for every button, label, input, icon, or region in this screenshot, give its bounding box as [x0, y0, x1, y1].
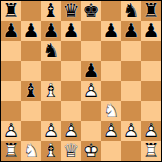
- piece-black-pawn[interactable]: ♟: [121, 21, 141, 41]
- square-c4[interactable]: ♝♗: [41, 81, 61, 101]
- square-c2[interactable]: ♟♙: [41, 121, 61, 141]
- square-e7[interactable]: [81, 21, 101, 41]
- square-a7[interactable]: ♟: [1, 21, 21, 41]
- black-piece-glyph: ♟: [61, 20, 81, 40]
- piece-black-rook[interactable]: ♜: [141, 1, 161, 21]
- square-b4[interactable]: ♝: [21, 81, 41, 101]
- piece-white-pawn[interactable]: ♟♙: [141, 121, 161, 141]
- square-g8[interactable]: ♞: [121, 1, 141, 21]
- square-c7[interactable]: ♟: [41, 21, 61, 41]
- black-piece-glyph: ♟: [141, 20, 161, 40]
- square-f1[interactable]: [101, 141, 121, 161]
- white-piece-outline: ♙: [101, 120, 121, 140]
- square-b6[interactable]: [21, 41, 41, 61]
- square-g1[interactable]: [121, 141, 141, 161]
- white-piece-outline: ♖: [1, 140, 21, 160]
- square-f2[interactable]: ♟♙: [101, 121, 121, 141]
- piece-white-bishop[interactable]: ♝♗: [41, 141, 61, 161]
- square-a1[interactable]: ♜♖: [1, 141, 21, 161]
- square-h4[interactable]: [141, 81, 161, 101]
- square-h3[interactable]: [141, 101, 161, 121]
- square-h2[interactable]: ♟♙: [141, 121, 161, 141]
- square-d6[interactable]: [61, 41, 81, 61]
- white-piece-outline: ♙: [61, 120, 81, 140]
- square-a6[interactable]: [1, 41, 21, 61]
- square-d2[interactable]: ♟♙: [61, 121, 81, 141]
- black-piece-glyph: ♛: [61, 0, 81, 20]
- piece-white-knight[interactable]: ♞♘: [21, 141, 41, 161]
- white-piece-outline: ♖: [141, 140, 161, 160]
- square-f6[interactable]: [101, 41, 121, 61]
- black-piece-glyph: ♜: [141, 0, 161, 20]
- white-piece-outline: ♗: [41, 140, 61, 160]
- white-piece-outline: ♔: [81, 140, 101, 160]
- piece-black-knight[interactable]: ♞: [41, 41, 61, 61]
- white-piece-outline: ♗: [41, 80, 61, 100]
- piece-black-pawn[interactable]: ♟: [61, 21, 81, 41]
- white-piece-outline: ♙: [121, 120, 141, 140]
- square-d5[interactable]: [61, 61, 81, 81]
- square-d4[interactable]: [61, 81, 81, 101]
- square-g7[interactable]: ♟: [121, 21, 141, 41]
- white-piece-outline: ♘: [101, 100, 121, 120]
- piece-black-king[interactable]: ♚: [81, 1, 101, 21]
- piece-white-pawn[interactable]: ♟♙: [81, 81, 101, 101]
- black-piece-glyph: ♟: [1, 20, 21, 40]
- white-piece-outline: ♘: [21, 140, 41, 160]
- square-f3[interactable]: ♞♘: [101, 101, 121, 121]
- square-c1[interactable]: ♝♗: [41, 141, 61, 161]
- black-piece-glyph: ♜: [1, 0, 21, 20]
- square-e4[interactable]: ♟♙: [81, 81, 101, 101]
- square-f8[interactable]: [101, 1, 121, 21]
- piece-white-knight[interactable]: ♞♘: [101, 101, 121, 121]
- piece-white-pawn[interactable]: ♟♙: [101, 121, 121, 141]
- square-b7[interactable]: ♟: [21, 21, 41, 41]
- piece-white-pawn[interactable]: ♟♙: [41, 121, 61, 141]
- chessboard-screenshot: { "game": "chess", "position": { "fen": …: [0, 0, 162, 162]
- piece-white-bishop[interactable]: ♝♗: [41, 81, 61, 101]
- piece-white-pawn[interactable]: ♟♙: [1, 121, 21, 141]
- square-d1[interactable]: ♛♕: [61, 141, 81, 161]
- square-h6[interactable]: [141, 41, 161, 61]
- square-a8[interactable]: ♜: [1, 1, 21, 21]
- square-a4[interactable]: [1, 81, 21, 101]
- square-e5[interactable]: ♟: [81, 61, 101, 81]
- square-c8[interactable]: ♝: [41, 1, 61, 21]
- square-f4[interactable]: [101, 81, 121, 101]
- square-c6[interactable]: ♞: [41, 41, 61, 61]
- white-piece-outline: ♙: [81, 80, 101, 100]
- piece-black-bishop[interactable]: ♝: [41, 1, 61, 21]
- square-g5[interactable]: [121, 61, 141, 81]
- square-b2[interactable]: [21, 121, 41, 141]
- square-h7[interactable]: ♟: [141, 21, 161, 41]
- square-c5[interactable]: [41, 61, 61, 81]
- piece-white-queen[interactable]: ♛♕: [61, 141, 81, 161]
- square-g3[interactable]: [121, 101, 141, 121]
- square-c3[interactable]: [41, 101, 61, 121]
- piece-white-rook[interactable]: ♜♖: [1, 141, 21, 161]
- square-e6[interactable]: [81, 41, 101, 61]
- piece-white-pawn[interactable]: ♟♙: [121, 121, 141, 141]
- square-b1[interactable]: ♞♘: [21, 141, 41, 161]
- white-piece-outline: ♙: [1, 120, 21, 140]
- square-g2[interactable]: ♟♙: [121, 121, 141, 141]
- white-piece-outline: ♕: [61, 140, 81, 160]
- piece-black-knight[interactable]: ♞: [121, 1, 141, 21]
- black-piece-glyph: ♞: [121, 0, 141, 20]
- square-a3[interactable]: [1, 101, 21, 121]
- square-b5[interactable]: [21, 61, 41, 81]
- piece-black-rook[interactable]: ♜: [1, 1, 21, 21]
- black-piece-glyph: ♟: [121, 20, 141, 40]
- square-d8[interactable]: ♛: [61, 1, 81, 21]
- piece-black-queen[interactable]: ♛: [61, 1, 81, 21]
- black-piece-glyph: ♝: [41, 0, 61, 20]
- black-piece-glyph: ♟: [81, 60, 101, 80]
- chess-board: ♜♝♛♚♞♜♟♟♟♟♟♟♟♞♟♝♝♗♟♙♞♘♟♙♟♙♟♙♟♙♟♙♟♙♜♖♞♘♝♗…: [0, 0, 162, 162]
- black-piece-glyph: ♟: [101, 20, 121, 40]
- piece-white-rook[interactable]: ♜♖: [141, 141, 161, 161]
- square-f5[interactable]: [101, 61, 121, 81]
- piece-black-pawn[interactable]: ♟: [1, 21, 21, 41]
- piece-black-pawn[interactable]: ♟: [81, 61, 101, 81]
- square-f7[interactable]: ♟: [101, 21, 121, 41]
- square-h8[interactable]: ♜: [141, 1, 161, 21]
- white-piece-outline: ♙: [41, 120, 61, 140]
- square-g4[interactable]: [121, 81, 141, 101]
- black-piece-glyph: ♟: [21, 20, 41, 40]
- square-e3[interactable]: [81, 101, 101, 121]
- square-a2[interactable]: ♟♙: [1, 121, 21, 141]
- piece-white-king[interactable]: ♚♔: [81, 141, 101, 161]
- square-e1[interactable]: ♚♔: [81, 141, 101, 161]
- piece-black-pawn[interactable]: ♟: [141, 21, 161, 41]
- piece-black-bishop[interactable]: ♝: [21, 81, 41, 101]
- square-d7[interactable]: ♟: [61, 21, 81, 41]
- black-piece-glyph: ♟: [41, 20, 61, 40]
- white-piece-outline: ♙: [141, 120, 161, 140]
- square-h1[interactable]: ♜♖: [141, 141, 161, 161]
- piece-white-pawn[interactable]: ♟♙: [61, 121, 81, 141]
- square-a5[interactable]: [1, 61, 21, 81]
- black-piece-glyph: ♞: [41, 40, 61, 60]
- square-d3[interactable]: [61, 101, 81, 121]
- square-h5[interactable]: [141, 61, 161, 81]
- square-e2[interactable]: [81, 121, 101, 141]
- piece-black-pawn[interactable]: ♟: [21, 21, 41, 41]
- piece-black-pawn[interactable]: ♟: [41, 21, 61, 41]
- square-b3[interactable]: [21, 101, 41, 121]
- piece-black-pawn[interactable]: ♟: [101, 21, 121, 41]
- square-g6[interactable]: [121, 41, 141, 61]
- square-e8[interactable]: ♚: [81, 1, 101, 21]
- black-piece-glyph: ♝: [21, 80, 41, 100]
- square-b8[interactable]: [21, 1, 41, 21]
- black-piece-glyph: ♚: [81, 0, 101, 20]
